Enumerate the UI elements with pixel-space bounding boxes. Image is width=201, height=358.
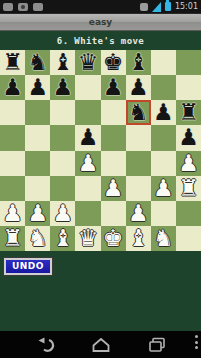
white-pawn: ♟ — [50, 201, 75, 226]
black-knight: ♞ — [126, 100, 151, 125]
square-f5[interactable] — [126, 125, 151, 150]
black-pawn: ♟ — [126, 75, 151, 100]
square-c4[interactable] — [50, 151, 75, 176]
black-pawn: ♟ — [50, 75, 75, 100]
white-pawn: ♟ — [151, 176, 176, 201]
square-h5[interactable]: ♟ — [176, 125, 201, 150]
square-d4[interactable]: ♟ — [75, 151, 100, 176]
square-b1[interactable]: ♞ — [25, 226, 50, 251]
signal-icon — [152, 2, 161, 12]
chess-board[interactable]: ♜♞♝♛♚♝♟♟♟♟♟♞♟♜♟♟♟♟♟♟♜♟♟♟♟♜♞♝♛♚♝♞ — [0, 50, 201, 251]
square-f3[interactable] — [126, 176, 151, 201]
square-d6[interactable] — [75, 100, 100, 125]
silent-mode-icon — [140, 3, 148, 11]
square-d5[interactable]: ♟ — [75, 125, 100, 150]
square-a2[interactable]: ♟ — [0, 201, 25, 226]
home-icon[interactable] — [90, 336, 112, 354]
square-e1[interactable]: ♚ — [101, 226, 126, 251]
white-pawn: ♟ — [176, 151, 201, 176]
square-e6[interactable] — [101, 100, 126, 125]
black-bishop: ♝ — [50, 50, 75, 75]
white-pawn: ♟ — [126, 201, 151, 226]
navigation-bar — [0, 331, 201, 358]
square-e7[interactable]: ♟ — [101, 75, 126, 100]
square-e8[interactable]: ♚ — [101, 50, 126, 75]
black-king: ♚ — [101, 50, 126, 75]
square-c2[interactable]: ♟ — [50, 201, 75, 226]
battery-icon — [165, 2, 171, 11]
square-g2[interactable] — [151, 201, 176, 226]
square-f2[interactable]: ♟ — [126, 201, 151, 226]
square-b2[interactable]: ♟ — [25, 201, 50, 226]
square-e3[interactable]: ♟ — [101, 176, 126, 201]
status-bar-notifications — [3, 3, 43, 11]
square-g4[interactable] — [151, 151, 176, 176]
menu-icon[interactable] — [195, 335, 198, 349]
square-d1[interactable]: ♛ — [75, 226, 100, 251]
black-pawn: ♟ — [151, 100, 176, 125]
black-queen: ♛ — [75, 50, 100, 75]
square-h1[interactable] — [176, 226, 201, 251]
camera-icon — [18, 3, 28, 11]
square-a5[interactable] — [0, 125, 25, 150]
square-g5[interactable] — [151, 125, 176, 150]
move-status-bar: 6. White's move — [0, 31, 201, 50]
square-h8[interactable] — [176, 50, 201, 75]
white-rook: ♜ — [176, 176, 201, 201]
square-a7[interactable]: ♟ — [0, 75, 25, 100]
square-f7[interactable]: ♟ — [126, 75, 151, 100]
lower-panel: UNDO — [0, 251, 201, 331]
square-d3[interactable] — [75, 176, 100, 201]
square-f1[interactable]: ♝ — [126, 226, 151, 251]
phone-screen: 15:01 easy 6. White's move ♜♞♝♛♚♝♟♟♟♟♟♞♟… — [0, 0, 201, 358]
black-pawn: ♟ — [0, 75, 25, 100]
white-rook: ♜ — [0, 226, 25, 251]
square-b8[interactable]: ♞ — [25, 50, 50, 75]
square-b4[interactable] — [25, 151, 50, 176]
square-d8[interactable]: ♛ — [75, 50, 100, 75]
white-pawn: ♟ — [0, 201, 25, 226]
square-f8[interactable]: ♝ — [126, 50, 151, 75]
square-a4[interactable] — [0, 151, 25, 176]
black-pawn: ♟ — [176, 125, 201, 150]
black-pawn: ♟ — [101, 75, 126, 100]
square-c5[interactable] — [50, 125, 75, 150]
square-e2[interactable] — [101, 201, 126, 226]
square-b7[interactable]: ♟ — [25, 75, 50, 100]
square-h4[interactable]: ♟ — [176, 151, 201, 176]
white-pawn: ♟ — [101, 176, 126, 201]
square-c8[interactable]: ♝ — [50, 50, 75, 75]
square-c1[interactable]: ♝ — [50, 226, 75, 251]
square-h2[interactable] — [176, 201, 201, 226]
square-b6[interactable] — [25, 100, 50, 125]
square-h7[interactable] — [176, 75, 201, 100]
white-king: ♚ — [101, 226, 126, 251]
black-rook: ♜ — [0, 50, 25, 75]
undo-button[interactable]: UNDO — [4, 258, 52, 275]
white-knight: ♞ — [151, 226, 176, 251]
square-d2[interactable] — [75, 201, 100, 226]
square-f6[interactable]: ♞ — [126, 100, 151, 125]
square-g7[interactable] — [151, 75, 176, 100]
title-bar: easy — [0, 14, 201, 31]
square-g3[interactable]: ♟ — [151, 176, 176, 201]
square-d7[interactable] — [75, 75, 100, 100]
square-b5[interactable] — [25, 125, 50, 150]
white-pawn: ♟ — [75, 151, 100, 176]
square-e4[interactable] — [101, 151, 126, 176]
white-knight: ♞ — [25, 226, 50, 251]
status-bar-system: 15:01 — [140, 0, 198, 14]
notification-icon — [33, 3, 43, 11]
recent-apps-icon[interactable] — [146, 336, 168, 354]
app-title: easy — [89, 17, 112, 27]
status-bar: 15:01 — [0, 0, 201, 14]
square-h3[interactable]: ♜ — [176, 176, 201, 201]
black-pawn: ♟ — [75, 125, 100, 150]
black-pawn: ♟ — [25, 75, 50, 100]
square-h6[interactable]: ♜ — [176, 100, 201, 125]
black-bishop: ♝ — [126, 50, 151, 75]
square-a1[interactable]: ♜ — [0, 226, 25, 251]
black-knight: ♞ — [25, 50, 50, 75]
white-queen: ♛ — [75, 226, 100, 251]
square-f4[interactable] — [126, 151, 151, 176]
white-bishop: ♝ — [50, 226, 75, 251]
clock: 15:01 — [175, 0, 198, 14]
square-a6[interactable] — [0, 100, 25, 125]
square-g6[interactable]: ♟ — [151, 100, 176, 125]
move-status-text: 6. White's move — [57, 36, 144, 46]
black-rook: ♜ — [176, 100, 201, 125]
square-e5[interactable] — [101, 125, 126, 150]
square-c6[interactable] — [50, 100, 75, 125]
square-g1[interactable]: ♞ — [151, 226, 176, 251]
square-c7[interactable]: ♟ — [50, 75, 75, 100]
back-icon[interactable] — [34, 336, 56, 354]
white-bishop: ♝ — [126, 226, 151, 251]
square-a8[interactable]: ♜ — [0, 50, 25, 75]
square-b3[interactable] — [25, 176, 50, 201]
white-pawn: ♟ — [25, 201, 50, 226]
square-a3[interactable] — [0, 176, 25, 201]
square-c3[interactable] — [50, 176, 75, 201]
notification-icon — [3, 3, 13, 11]
square-g8[interactable] — [151, 50, 176, 75]
